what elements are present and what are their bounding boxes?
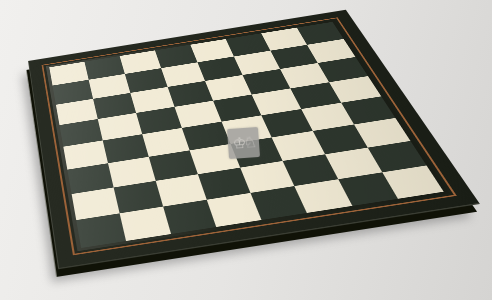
- square-b1: [120, 207, 171, 241]
- square-h2: [368, 141, 427, 172]
- square-h4: [341, 96, 395, 124]
- square-f1: [294, 179, 352, 213]
- square-g5: [290, 82, 341, 109]
- square-g1: [338, 172, 398, 206]
- square-e6: [205, 75, 252, 101]
- square-d5: [175, 101, 222, 128]
- square-f2: [283, 154, 339, 186]
- chessboard-product-photo: ♔♘: [0, 0, 492, 300]
- square-b5: [98, 113, 142, 141]
- square-a2: [72, 187, 120, 220]
- square-d7: [161, 62, 205, 87]
- square-h7: [307, 39, 355, 63]
- square-a7: [53, 80, 94, 105]
- square-f5: [252, 88, 302, 115]
- square-d1: [207, 193, 262, 227]
- square-g2: [325, 148, 382, 180]
- chess-pieces-watermark-icon: ♔♘: [233, 135, 255, 151]
- square-f8: [226, 33, 271, 56]
- square-g7: [270, 45, 317, 69]
- square-f6: [243, 69, 291, 95]
- square-d8: [155, 45, 198, 68]
- square-b7: [89, 74, 131, 99]
- square-a4: [63, 140, 108, 169]
- square-b6: [93, 93, 136, 119]
- square-d6: [168, 81, 213, 107]
- square-f7: [234, 51, 280, 75]
- square-c3: [149, 150, 198, 181]
- square-a1: [76, 213, 126, 248]
- square-e5: [213, 95, 261, 122]
- square-g6: [280, 63, 329, 88]
- square-g8: [261, 28, 307, 51]
- square-c6: [130, 87, 174, 113]
- square-e7: [197, 56, 242, 80]
- square-a5: [59, 119, 102, 147]
- square-f3: [272, 131, 325, 161]
- square-d4: [182, 122, 231, 151]
- square-e2: [240, 161, 294, 193]
- square-h3: [354, 118, 410, 148]
- square-g4: [301, 103, 354, 131]
- square-b3: [108, 157, 156, 188]
- square-a6: [56, 99, 98, 125]
- square-f4: [261, 109, 312, 137]
- square-c1: [163, 200, 216, 234]
- square-h6: [318, 57, 368, 82]
- square-a3: [67, 163, 113, 194]
- square-e1: [250, 186, 306, 220]
- square-e8: [190, 39, 234, 62]
- square-c2: [156, 174, 207, 206]
- square-b2: [114, 181, 164, 213]
- square-c8: [120, 50, 161, 74]
- square-b4: [103, 134, 149, 163]
- watermark-logo: ♔♘: [227, 127, 260, 159]
- square-g3: [313, 124, 368, 154]
- square-c5: [136, 107, 182, 134]
- square-h5: [329, 76, 381, 103]
- square-a8: [49, 62, 88, 86]
- square-h8: [297, 22, 344, 45]
- square-c4: [142, 128, 189, 157]
- square-h1: [382, 165, 443, 198]
- square-b8: [84, 56, 124, 80]
- square-c7: [125, 68, 168, 93]
- square-d2: [198, 168, 251, 200]
